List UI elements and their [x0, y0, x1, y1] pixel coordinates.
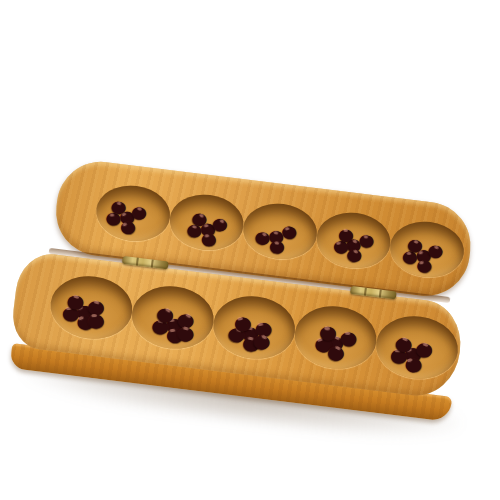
pit-near-3[interactable]: ●●●●●●	[210, 292, 299, 364]
seed: ●	[175, 322, 197, 344]
seed: ●	[232, 313, 254, 334]
seed: ●	[199, 230, 217, 248]
seed: ●	[268, 237, 287, 256]
seed: ●	[338, 226, 355, 244]
pit-far-2[interactable]: ●●●●●	[167, 190, 247, 254]
seed: ●	[319, 323, 339, 343]
pit-near-5[interactable]: ●●●●●	[373, 312, 462, 384]
mancala-photo-scene: ●●●●●●●●●●●●●●●●●●●●●●●● ●●●●●●●●●●●●●●●…	[0, 0, 500, 500]
pit-far-1[interactable]: ●●●●●	[93, 181, 173, 245]
pit-near-1[interactable]: ●●●●●●	[47, 272, 136, 344]
pit-far-3[interactable]: ●●●●	[240, 199, 320, 263]
pit-far-5[interactable]: ●●●●●	[387, 217, 467, 281]
seed: ●	[87, 311, 106, 330]
pit-near-2[interactable]: ●●●●●●	[128, 282, 217, 354]
pit-far-4[interactable]: ●●●●●	[314, 208, 394, 272]
pit-near-4[interactable]: ●●●●●	[291, 302, 380, 374]
